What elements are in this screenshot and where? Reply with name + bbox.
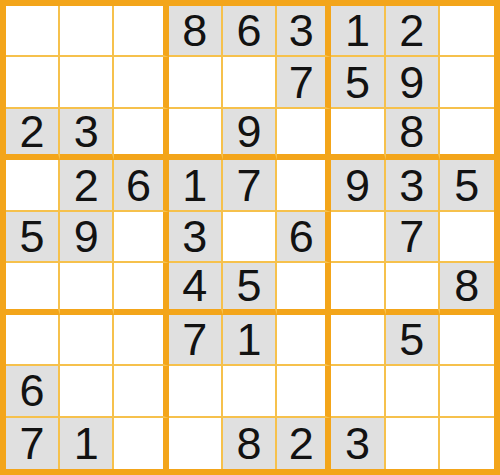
sudoku-cell[interactable]	[6, 263, 60, 314]
sudoku-cell[interactable]	[60, 366, 114, 417]
sudoku-cell: 9	[223, 109, 277, 160]
sudoku-cell: 6	[114, 160, 168, 211]
sudoku-cell[interactable]	[60, 263, 114, 314]
sudoku-cell: 1	[169, 160, 223, 211]
sudoku-cell[interactable]	[169, 418, 223, 469]
sudoku-cell[interactable]	[60, 315, 114, 366]
sudoku-cell: 6	[223, 6, 277, 57]
sudoku-cell[interactable]	[114, 6, 168, 57]
sudoku-cell[interactable]	[440, 366, 494, 417]
sudoku-cell[interactable]	[6, 6, 60, 57]
sudoku-cell: 2	[277, 418, 331, 469]
sudoku-cell: 5	[331, 57, 385, 108]
sudoku-cell: 3	[60, 109, 114, 160]
sudoku-cell[interactable]	[114, 418, 168, 469]
sudoku-cell: 3	[169, 212, 223, 263]
sudoku-cell: 1	[60, 418, 114, 469]
sudoku-cell[interactable]	[277, 366, 331, 417]
sudoku-cell: 7	[6, 418, 60, 469]
sudoku-cell[interactable]	[331, 315, 385, 366]
sudoku-cell[interactable]	[277, 315, 331, 366]
sudoku-cell: 7	[169, 315, 223, 366]
sudoku-cell[interactable]	[440, 109, 494, 160]
sudoku-cell[interactable]	[60, 6, 114, 57]
sudoku-cell: 7	[223, 160, 277, 211]
sudoku-cell[interactable]	[386, 366, 440, 417]
sudoku-cell[interactable]	[440, 57, 494, 108]
sudoku-cell[interactable]	[114, 57, 168, 108]
sudoku-cell[interactable]	[114, 263, 168, 314]
sudoku-cell: 8	[169, 6, 223, 57]
sudoku-cell[interactable]	[223, 212, 277, 263]
sudoku-cell[interactable]	[440, 6, 494, 57]
sudoku-cell: 5	[386, 315, 440, 366]
sudoku-cell: 8	[223, 418, 277, 469]
sudoku-cell[interactable]	[6, 160, 60, 211]
sudoku-cell: 3	[386, 160, 440, 211]
sudoku-cell: 2	[386, 6, 440, 57]
sudoku-cell: 1	[223, 315, 277, 366]
sudoku-cell[interactable]	[386, 418, 440, 469]
sudoku-cell: 7	[277, 57, 331, 108]
sudoku-cell[interactable]	[169, 57, 223, 108]
sudoku-cell: 8	[386, 109, 440, 160]
sudoku-cell: 6	[277, 212, 331, 263]
sudoku-cell[interactable]	[440, 418, 494, 469]
sudoku-cell: 4	[169, 263, 223, 314]
sudoku-cell[interactable]	[331, 212, 385, 263]
sudoku-cell: 9	[60, 212, 114, 263]
sudoku-cell[interactable]	[6, 315, 60, 366]
sudoku-cell: 9	[331, 160, 385, 211]
sudoku-cell: 3	[277, 6, 331, 57]
sudoku-cell[interactable]	[440, 315, 494, 366]
sudoku-cell: 5	[440, 160, 494, 211]
sudoku-cell[interactable]	[6, 57, 60, 108]
sudoku-cell[interactable]	[277, 109, 331, 160]
sudoku-cell: 5	[6, 212, 60, 263]
sudoku-cell[interactable]	[114, 366, 168, 417]
sudoku-cell[interactable]	[331, 366, 385, 417]
sudoku-cell[interactable]	[169, 366, 223, 417]
sudoku-cell[interactable]	[114, 109, 168, 160]
sudoku-cell: 3	[331, 418, 385, 469]
sudoku-cell[interactable]	[331, 263, 385, 314]
sudoku-cell: 6	[6, 366, 60, 417]
sudoku-cell[interactable]	[331, 109, 385, 160]
sudoku-cell: 9	[386, 57, 440, 108]
sudoku-cell[interactable]	[223, 366, 277, 417]
sudoku-cell[interactable]	[60, 57, 114, 108]
sudoku-cell[interactable]	[114, 315, 168, 366]
sudoku-cell: 2	[60, 160, 114, 211]
sudoku-cell[interactable]	[386, 263, 440, 314]
sudoku-cell[interactable]	[277, 160, 331, 211]
sudoku-cell: 1	[331, 6, 385, 57]
sudoku-cell: 2	[6, 109, 60, 160]
sudoku-cell[interactable]	[277, 263, 331, 314]
sudoku-cell[interactable]	[169, 109, 223, 160]
sudoku-cell[interactable]	[114, 212, 168, 263]
sudoku-cell: 8	[440, 263, 494, 314]
sudoku-board: 863127592398261793559367458715671823	[0, 0, 500, 475]
sudoku-cell: 5	[223, 263, 277, 314]
sudoku-cell[interactable]	[223, 57, 277, 108]
sudoku-cell: 7	[386, 212, 440, 263]
sudoku-cell[interactable]	[440, 212, 494, 263]
